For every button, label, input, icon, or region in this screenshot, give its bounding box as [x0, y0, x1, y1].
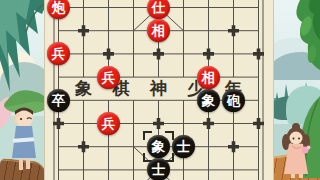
piece-red-cannon[interactable]: 炮 — [47, 0, 70, 19]
piece-red-elephant[interactable]: 相 — [197, 66, 220, 89]
piece-red-soldier[interactable]: 兵 — [97, 66, 120, 89]
piece-black-elephant[interactable]: 象 — [147, 135, 170, 158]
piece-red-soldier[interactable]: 兵 — [47, 42, 70, 65]
piece-black-advisor[interactable]: 士 — [172, 135, 195, 158]
piece-red-soldier[interactable]: 兵 — [97, 112, 120, 135]
piece-black-elephant[interactable]: 象 — [197, 89, 220, 112]
piece-layer: 炮仕相兵兵相卒象砲兵象士士 — [0, 0, 320, 180]
piece-black-soldier[interactable]: 卒 — [47, 89, 70, 112]
game-screen: 象棋神少年 炮仕相兵兵相卒象砲兵象士士 — [0, 0, 320, 180]
piece-red-advisor[interactable]: 仕 — [147, 0, 170, 19]
piece-black-cannon[interactable]: 砲 — [222, 89, 245, 112]
piece-red-elephant[interactable]: 相 — [147, 19, 170, 42]
piece-black-advisor[interactable]: 士 — [147, 158, 170, 180]
